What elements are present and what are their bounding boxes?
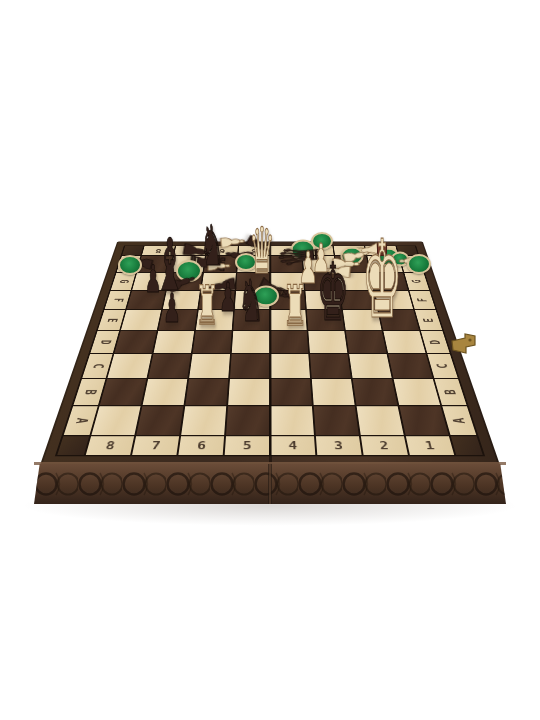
board-square-a7 — [136, 406, 183, 435]
board-square-b3 — [312, 379, 355, 405]
board-square-g3 — [304, 273, 338, 290]
coord-front-5: 5 — [225, 436, 269, 455]
board-square-d6 — [193, 331, 232, 353]
board-square-d2 — [346, 331, 387, 353]
board-square-c2 — [349, 354, 392, 378]
coord-back-7: 7 — [174, 246, 206, 255]
coord-front-7: 7 — [132, 436, 179, 455]
board-square-e1 — [379, 310, 419, 330]
board-square-a4 — [271, 406, 314, 435]
coord-right-E: E — [415, 310, 442, 330]
coord-back-8: 8 — [142, 246, 175, 255]
coord-right-B: B — [435, 379, 467, 405]
board-square-h8 — [137, 256, 172, 272]
board-square-d1 — [383, 331, 425, 353]
board-square-e6 — [196, 310, 233, 330]
coord-right-H: H — [400, 256, 424, 272]
board-square-a1 — [399, 406, 448, 435]
board-square-f1 — [375, 291, 413, 310]
board-square-f2 — [340, 291, 377, 310]
board-square-d4 — [271, 331, 308, 353]
board-square-a5 — [226, 406, 269, 435]
coord-back-2: 2 — [334, 246, 366, 255]
coord-back-3: 3 — [302, 246, 333, 255]
frame-corner — [57, 436, 89, 455]
coord-back-5: 5 — [239, 246, 270, 255]
board-square-e2 — [343, 310, 382, 330]
front-fold-seam — [268, 464, 272, 504]
coord-right-D: D — [421, 331, 450, 353]
coord-right-F: F — [409, 291, 435, 310]
frame-corner — [451, 436, 483, 455]
coord-front-8: 8 — [86, 436, 134, 455]
board-square-d7 — [154, 331, 195, 353]
board-square-a8 — [91, 406, 140, 435]
coord-back-4: 4 — [271, 246, 302, 255]
coord-right-C: C — [427, 354, 457, 378]
board-square-h4 — [271, 256, 303, 272]
board-square-b1 — [394, 379, 441, 405]
board-square-e8 — [121, 310, 161, 330]
frame-corner — [122, 246, 143, 255]
brass-clasp-icon — [451, 333, 477, 355]
board-square-h5 — [237, 256, 269, 272]
coord-front-2: 2 — [361, 436, 408, 455]
board-square-g5 — [236, 273, 269, 290]
front-edge-carving — [34, 464, 506, 504]
board-square-e5 — [233, 310, 269, 330]
board-square-g1 — [371, 273, 408, 290]
board-square-b5 — [228, 379, 269, 405]
board-square-h3 — [303, 256, 336, 272]
coord-back-1: 1 — [365, 246, 398, 255]
board-square-h2 — [335, 256, 369, 272]
board-square-f6 — [199, 291, 235, 310]
board-square-h1 — [367, 256, 402, 272]
coord-right-G: G — [404, 273, 429, 290]
frame-corner — [397, 246, 418, 255]
board-square-c7 — [148, 354, 191, 378]
board-square-b7 — [143, 379, 188, 405]
board-square-g6 — [201, 273, 235, 290]
board-square-d8 — [114, 331, 156, 353]
board-square-a2 — [357, 406, 404, 435]
board-square-a3 — [314, 406, 359, 435]
board-square-e4 — [271, 310, 307, 330]
board-square-e7 — [158, 310, 197, 330]
board-square-g2 — [338, 273, 374, 290]
board-square-b8 — [100, 379, 147, 405]
board-square-f7 — [163, 291, 200, 310]
board-square-f3 — [305, 291, 341, 310]
board-square-c3 — [310, 354, 351, 378]
board-square-h6 — [204, 256, 237, 272]
chess-board: 87654321HHGGFFEEDDCCBBAA87654321 — [40, 242, 500, 465]
board-square-d3 — [308, 331, 347, 353]
board-square-c5 — [230, 354, 269, 378]
coord-back-6: 6 — [206, 246, 237, 255]
coord-front-1: 1 — [406, 436, 454, 455]
board-square-f8 — [127, 291, 165, 310]
board-square-c4 — [271, 354, 310, 378]
board-square-d5 — [232, 331, 269, 353]
coord-front-3: 3 — [316, 436, 362, 455]
board-square-c6 — [189, 354, 230, 378]
board-square-g7 — [167, 273, 203, 290]
board-square-e3 — [307, 310, 344, 330]
board-square-c1 — [388, 354, 432, 378]
board-square-f4 — [271, 291, 305, 310]
board-square-g8 — [132, 273, 169, 290]
board-wrapper: 87654321HHGGFFEEDDCCBBAA87654321 — [0, 0, 540, 720]
board-square-b2 — [353, 379, 398, 405]
board-square-b4 — [271, 379, 312, 405]
coord-front-4: 4 — [271, 436, 315, 455]
board-square-b6 — [185, 379, 228, 405]
board-square-c8 — [107, 354, 151, 378]
coord-front-6: 6 — [178, 436, 224, 455]
product-photo-chess-set: 87654321HHGGFFEEDDCCBBAA87654321 ♝♞♟♟♟♞♚… — [0, 0, 540, 720]
board-square-g4 — [271, 273, 304, 290]
board-square-h7 — [171, 256, 205, 272]
board-square-a6 — [181, 406, 226, 435]
board-square-f5 — [235, 291, 269, 310]
